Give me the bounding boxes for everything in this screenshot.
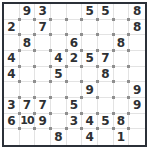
cell-r8c3[interactable]: 9 — [35, 114, 51, 130]
cell-r3c4[interactable] — [51, 35, 67, 51]
cell-r4c2[interactable] — [20, 51, 36, 67]
cell-r7c7[interactable] — [98, 98, 114, 114]
cell-r1c6[interactable]: 5 — [82, 4, 98, 20]
cell-r3c8[interactable]: 8 — [114, 35, 130, 51]
cell-r5c3[interactable] — [35, 67, 51, 83]
given-digit: 4 — [7, 52, 15, 64]
given-digit: 10 — [20, 115, 33, 126]
cell-r3c5[interactable]: 6 — [67, 35, 83, 51]
cell-r7c3[interactable]: 7 — [35, 98, 51, 114]
cell-r7c4[interactable] — [51, 98, 67, 114]
cell-r1c2[interactable]: 9 — [20, 4, 36, 20]
given-digit: 9 — [133, 84, 141, 96]
cell-r6c7[interactable] — [98, 82, 114, 98]
cell-r7c9[interactable]: 9 — [129, 98, 145, 114]
cell-r3c3[interactable] — [35, 35, 51, 51]
cell-r1c3[interactable]: 3 — [35, 4, 51, 20]
cell-r1c9[interactable]: 8 — [129, 4, 145, 20]
cell-r5c8[interactable] — [114, 67, 130, 83]
given-digit: 6 — [70, 37, 78, 49]
cell-r5c1[interactable]: 4 — [4, 67, 20, 83]
cell-r7c1[interactable]: 3 — [4, 98, 20, 114]
cell-r4c4[interactable]: 4 — [51, 51, 67, 67]
cell-r3c1[interactable] — [4, 35, 20, 51]
cell-r4c8[interactable] — [114, 51, 130, 67]
given-digit: 7 — [38, 99, 46, 111]
cell-r9c9[interactable] — [129, 129, 145, 145]
cell-r1c5[interactable] — [67, 4, 83, 20]
given-digit: 8 — [23, 37, 31, 49]
cell-r3c9[interactable] — [129, 35, 145, 51]
cell-r2c1[interactable]: 2 — [4, 20, 20, 36]
sudoku-page: 9355827886844257458993775961093458841 — [0, 0, 150, 150]
cell-r2c6[interactable] — [82, 20, 98, 36]
cell-r8c4[interactable] — [51, 114, 67, 130]
given-digit: 3 — [38, 5, 46, 17]
given-digit: 9 — [85, 84, 93, 96]
cell-r5c4[interactable]: 5 — [51, 67, 67, 83]
cell-r2c4[interactable] — [51, 20, 67, 36]
cell-r5c5[interactable] — [67, 67, 83, 83]
cell-r4c5[interactable]: 2 — [67, 51, 83, 67]
cell-r4c6[interactable]: 5 — [82, 51, 98, 67]
cell-r9c8[interactable]: 1 — [114, 129, 130, 145]
cell-r6c1[interactable] — [4, 82, 20, 98]
cell-r1c7[interactable]: 5 — [98, 4, 114, 20]
cell-r7c5[interactable]: 5 — [67, 98, 83, 114]
given-digit: 7 — [23, 99, 31, 111]
cell-r2c2[interactable] — [20, 20, 36, 36]
cell-r4c9[interactable] — [129, 51, 145, 67]
given-digit: 9 — [133, 99, 141, 111]
given-digit: 8 — [101, 68, 109, 80]
cell-r4c3[interactable] — [35, 51, 51, 67]
given-digit: 5 — [54, 68, 62, 80]
cell-r9c7[interactable] — [98, 129, 114, 145]
cell-r2c3[interactable]: 7 — [35, 20, 51, 36]
given-digit: 8 — [54, 131, 62, 143]
cell-r5c6[interactable] — [82, 67, 98, 83]
given-digit: 8 — [133, 21, 141, 33]
cell-r3c2[interactable]: 8 — [20, 35, 36, 51]
cell-r8c9[interactable] — [129, 114, 145, 130]
cell-r9c3[interactable] — [35, 129, 51, 145]
cell-r8c2[interactable]: 10 — [20, 114, 36, 130]
cell-r7c6[interactable] — [82, 98, 98, 114]
cell-r8c1[interactable]: 6 — [4, 114, 20, 130]
given-digit: 8 — [133, 5, 141, 17]
cell-r3c7[interactable] — [98, 35, 114, 51]
cell-r6c8[interactable] — [114, 82, 130, 98]
cell-r6c6[interactable]: 9 — [82, 82, 98, 98]
cell-r5c2[interactable] — [20, 67, 36, 83]
cell-r6c2[interactable] — [20, 82, 36, 98]
cell-r9c5[interactable] — [67, 129, 83, 145]
cell-r6c3[interactable] — [35, 82, 51, 98]
given-digit: 1 — [117, 131, 125, 143]
given-digit: 4 — [7, 68, 15, 80]
given-digit: 3 — [7, 99, 15, 111]
given-digit: 3 — [70, 115, 78, 127]
given-digit: 5 — [85, 5, 93, 17]
given-digit: 8 — [117, 115, 125, 127]
cell-r5c7[interactable]: 8 — [98, 67, 114, 83]
cell-r1c4[interactable] — [51, 4, 67, 20]
given-digit: 9 — [23, 5, 31, 17]
cell-r8c6[interactable]: 4 — [82, 114, 98, 130]
given-digit: 6 — [7, 115, 15, 127]
given-digit: 2 — [70, 52, 78, 64]
given-digit: 5 — [101, 115, 109, 127]
cell-r1c1[interactable] — [4, 4, 20, 20]
cell-r2c7[interactable] — [98, 20, 114, 36]
cell-r6c5[interactable] — [67, 82, 83, 98]
cell-r2c5[interactable] — [67, 20, 83, 36]
cell-r8c8[interactable]: 8 — [114, 114, 130, 130]
given-digit: 5 — [70, 99, 78, 111]
cell-r6c9[interactable]: 9 — [129, 82, 145, 98]
cell-r4c7[interactable]: 7 — [98, 51, 114, 67]
cell-r9c2[interactable] — [20, 129, 36, 145]
given-digit: 2 — [7, 21, 15, 33]
cell-r1c8[interactable] — [114, 4, 130, 20]
given-digit: 8 — [117, 37, 125, 49]
cell-r2c8[interactable] — [114, 20, 130, 36]
cell-r9c1[interactable] — [4, 129, 20, 145]
given-digit: 4 — [85, 115, 93, 127]
given-digit: 4 — [85, 131, 93, 143]
cell-r4c1[interactable]: 4 — [4, 51, 20, 67]
given-digit: 7 — [101, 52, 109, 64]
given-digit: 5 — [85, 52, 93, 64]
cell-r9c4[interactable]: 8 — [51, 129, 67, 145]
cell-r7c2[interactable]: 7 — [20, 98, 36, 114]
given-digit: 9 — [38, 115, 46, 127]
cell-r2c9[interactable]: 8 — [129, 20, 145, 36]
cell-r8c7[interactable]: 5 — [98, 114, 114, 130]
cell-r3c6[interactable] — [82, 35, 98, 51]
given-digit: 5 — [101, 5, 109, 17]
given-digit: 4 — [54, 52, 62, 64]
sudoku-board: 9355827886844257458993775961093458841 — [2, 2, 147, 147]
cell-r9c6[interactable]: 4 — [82, 129, 98, 145]
cell-r5c9[interactable] — [129, 67, 145, 83]
given-digit: 7 — [38, 21, 46, 33]
cell-r6c4[interactable] — [51, 82, 67, 98]
cell-r7c8[interactable] — [114, 98, 130, 114]
cell-r8c5[interactable]: 3 — [67, 114, 83, 130]
